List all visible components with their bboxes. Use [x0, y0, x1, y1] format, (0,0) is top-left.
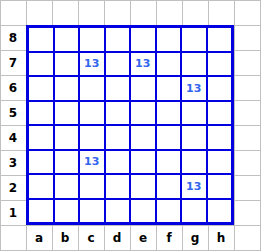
square-f1[interactable]	[157, 200, 181, 223]
chess-board: 1313131313	[26, 25, 234, 225]
square-f2[interactable]	[157, 175, 181, 198]
square-f3[interactable]	[157, 151, 181, 174]
square-f5[interactable]	[157, 102, 181, 125]
square-h5[interactable]	[208, 102, 232, 125]
square-b3[interactable]	[55, 151, 79, 174]
square-h1[interactable]	[208, 200, 232, 223]
square-a4[interactable]	[29, 126, 53, 149]
square-g8[interactable]	[182, 28, 206, 51]
square-e2[interactable]	[131, 175, 155, 198]
square-c6[interactable]	[80, 77, 104, 100]
square-f4[interactable]	[157, 126, 181, 149]
square-d3[interactable]	[106, 151, 130, 174]
square-g3[interactable]	[182, 151, 206, 174]
square-b2[interactable]	[55, 175, 79, 198]
rank-label-3: 3	[0, 150, 26, 175]
square-a6[interactable]	[29, 77, 53, 100]
square-c5[interactable]	[80, 102, 104, 125]
rank-label-2: 2	[0, 175, 26, 200]
square-h7[interactable]	[208, 53, 232, 76]
square-e5[interactable]	[131, 102, 155, 125]
square-d8[interactable]	[106, 28, 130, 51]
square-g7[interactable]	[182, 53, 206, 76]
board-diagram: 1313131313 87654321 abcdefgh	[0, 0, 261, 251]
square-g2[interactable]: 13	[182, 175, 206, 198]
square-g4[interactable]	[182, 126, 206, 149]
file-label-f: f	[156, 225, 182, 250]
square-c8[interactable]	[80, 28, 104, 51]
square-g5[interactable]	[182, 102, 206, 125]
square-h6[interactable]	[208, 77, 232, 100]
square-f6[interactable]	[157, 77, 181, 100]
file-label-g: g	[182, 225, 208, 250]
square-f7[interactable]	[157, 53, 181, 76]
rank-label-8: 8	[0, 25, 26, 50]
square-g6[interactable]: 13	[182, 77, 206, 100]
square-a7[interactable]	[29, 53, 53, 76]
square-a8[interactable]	[29, 28, 53, 51]
file-label-a: a	[26, 225, 52, 250]
square-h3[interactable]	[208, 151, 232, 174]
square-d7[interactable]	[106, 53, 130, 76]
file-label-b: b	[52, 225, 78, 250]
square-g1[interactable]	[182, 200, 206, 223]
square-h2[interactable]	[208, 175, 232, 198]
square-a5[interactable]	[29, 102, 53, 125]
square-a2[interactable]	[29, 175, 53, 198]
square-a1[interactable]	[29, 200, 53, 223]
square-e6[interactable]	[131, 77, 155, 100]
file-label-h: h	[208, 225, 234, 250]
square-e8[interactable]	[131, 28, 155, 51]
square-e4[interactable]	[131, 126, 155, 149]
rank-label-1: 1	[0, 200, 26, 225]
square-d1[interactable]	[106, 200, 130, 223]
file-label-d: d	[104, 225, 130, 250]
square-e7[interactable]: 13	[131, 53, 155, 76]
square-b5[interactable]	[55, 102, 79, 125]
rank-label-5: 5	[0, 100, 26, 125]
square-d4[interactable]	[106, 126, 130, 149]
square-d2[interactable]	[106, 175, 130, 198]
file-label-e: e	[130, 225, 156, 250]
square-c3[interactable]: 13	[80, 151, 104, 174]
square-c1[interactable]	[80, 200, 104, 223]
square-h4[interactable]	[208, 126, 232, 149]
square-f8[interactable]	[157, 28, 181, 51]
square-d5[interactable]	[106, 102, 130, 125]
square-b4[interactable]	[55, 126, 79, 149]
square-d6[interactable]	[106, 77, 130, 100]
square-b6[interactable]	[55, 77, 79, 100]
rank-label-6: 6	[0, 75, 26, 100]
square-h8[interactable]	[208, 28, 232, 51]
rank-label-4: 4	[0, 125, 26, 150]
square-e1[interactable]	[131, 200, 155, 223]
square-c4[interactable]	[80, 126, 104, 149]
square-b8[interactable]	[55, 28, 79, 51]
rank-label-7: 7	[0, 50, 26, 75]
square-a3[interactable]	[29, 151, 53, 174]
square-b7[interactable]	[55, 53, 79, 76]
square-c2[interactable]	[80, 175, 104, 198]
square-c7[interactable]: 13	[80, 53, 104, 76]
file-label-c: c	[78, 225, 104, 250]
square-e3[interactable]	[131, 151, 155, 174]
square-b1[interactable]	[55, 200, 79, 223]
